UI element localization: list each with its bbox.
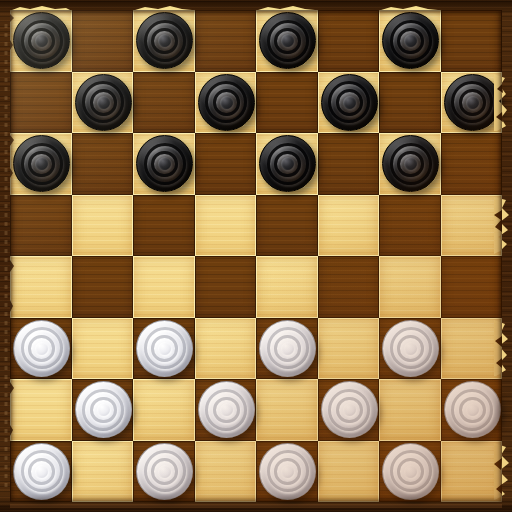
checker-piece-white[interactable] [259,320,316,377]
checker-piece-white[interactable] [13,320,70,377]
board-square[interactable] [10,441,72,503]
board-square[interactable] [72,72,134,134]
checker-piece-black[interactable] [198,74,255,131]
board-square[interactable] [195,10,257,72]
board-square[interactable] [256,441,318,503]
board-square[interactable] [133,441,195,503]
piece-center [343,96,356,109]
board-square[interactable] [133,195,195,257]
board-square[interactable] [256,133,318,195]
board-square[interactable] [72,256,134,318]
checker-piece-white[interactable] [75,381,132,438]
board-square[interactable] [133,72,195,134]
board-square[interactable] [72,318,134,380]
checker-piece-black[interactable] [75,74,132,131]
checker-piece-white[interactable] [382,443,439,500]
board-square[interactable] [256,195,318,257]
board-square[interactable] [441,10,503,72]
board-square[interactable] [441,318,503,380]
checker-piece-white[interactable] [444,381,501,438]
board-square[interactable] [195,133,257,195]
board-square[interactable] [10,379,72,441]
board-square[interactable] [441,133,503,195]
board-square[interactable] [10,318,72,380]
board-square[interactable] [379,10,441,72]
board-square[interactable] [10,10,72,72]
board-square[interactable] [195,379,257,441]
board-square[interactable] [133,379,195,441]
checker-piece-black[interactable] [382,135,439,192]
checker-piece-white[interactable] [382,320,439,377]
board-square[interactable] [379,318,441,380]
board-square[interactable] [441,441,503,503]
checker-piece-white[interactable] [321,381,378,438]
board-square[interactable] [72,379,134,441]
board-square[interactable] [256,10,318,72]
board-square[interactable] [441,256,503,318]
checkers-app-window: { "game": "checkers", "board": { "rows":… [0,0,512,512]
checker-piece-white[interactable] [13,443,70,500]
board-square[interactable] [256,318,318,380]
board-square[interactable] [72,133,134,195]
board-square[interactable] [379,72,441,134]
board-square[interactable] [195,256,257,318]
board-square[interactable] [379,379,441,441]
checkers-board [10,10,502,502]
board-square[interactable] [318,256,380,318]
board-square[interactable] [133,256,195,318]
board-square[interactable] [318,10,380,72]
checker-piece-black[interactable] [259,12,316,69]
board-square[interactable] [195,195,257,257]
checker-piece-black[interactable] [321,74,378,131]
board-square[interactable] [379,133,441,195]
board-square[interactable] [318,133,380,195]
board-square[interactable] [72,10,134,72]
board-square[interactable] [133,10,195,72]
board-square[interactable] [72,195,134,257]
board-square[interactable] [318,441,380,503]
checker-piece-black[interactable] [136,135,193,192]
board-square[interactable] [195,318,257,380]
board-square[interactable] [72,441,134,503]
board-square[interactable] [10,256,72,318]
piece-center [97,96,110,109]
checker-piece-black[interactable] [259,135,316,192]
board-square[interactable] [441,195,503,257]
board-square[interactable] [441,379,503,441]
board-square[interactable] [441,72,503,134]
checker-piece-white[interactable] [198,381,255,438]
board-square[interactable] [318,379,380,441]
board-square[interactable] [10,72,72,134]
piece-center [466,96,479,109]
board-square[interactable] [318,72,380,134]
board-square[interactable] [379,195,441,257]
board-square[interactable] [133,318,195,380]
checker-piece-black[interactable] [13,135,70,192]
checker-piece-white[interactable] [136,443,193,500]
board-square[interactable] [379,256,441,318]
board-square[interactable] [195,441,257,503]
piece-center [220,96,233,109]
checker-piece-black[interactable] [13,12,70,69]
checker-piece-black[interactable] [382,12,439,69]
board-square[interactable] [256,72,318,134]
checker-piece-black[interactable] [136,12,193,69]
board-square[interactable] [10,195,72,257]
board-square[interactable] [318,318,380,380]
board-square[interactable] [318,195,380,257]
checker-piece-white[interactable] [259,443,316,500]
board-square[interactable] [195,72,257,134]
checker-piece-black[interactable] [444,74,501,131]
board-square[interactable] [256,256,318,318]
board-square[interactable] [379,441,441,503]
board-square[interactable] [256,379,318,441]
board-square[interactable] [133,133,195,195]
checker-piece-white[interactable] [136,320,193,377]
board-square[interactable] [10,133,72,195]
